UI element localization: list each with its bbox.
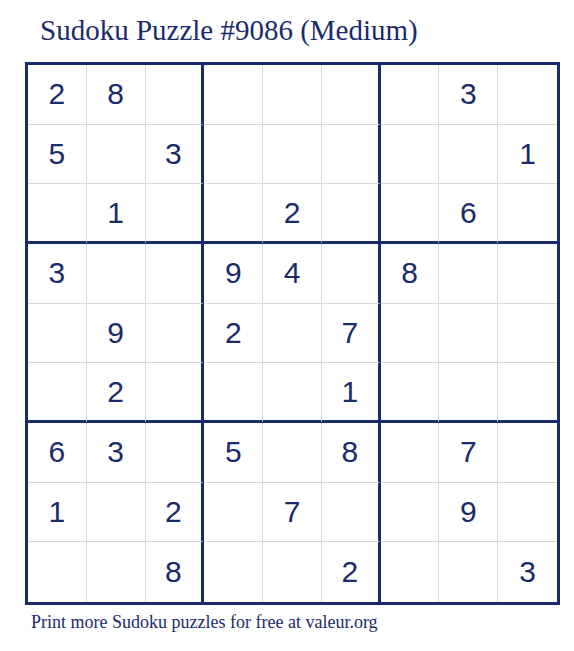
cell-r1c4[interactable] (204, 65, 263, 125)
cell-r3c9[interactable] (498, 184, 557, 244)
cell-r7c5[interactable] (263, 423, 322, 483)
cell-r9c2[interactable] (87, 542, 146, 602)
cell-r2c3[interactable]: 3 (146, 125, 205, 185)
cell-r6c2[interactable]: 2 (87, 363, 146, 423)
cell-r5c3[interactable] (146, 304, 205, 364)
cell-r7c2[interactable]: 3 (87, 423, 146, 483)
cell-r3c7[interactable] (381, 184, 440, 244)
cell-r6c5[interactable] (263, 363, 322, 423)
cell-r6c9[interactable] (498, 363, 557, 423)
cell-r9c5[interactable] (263, 542, 322, 602)
cell-r7c7[interactable] (381, 423, 440, 483)
cell-r6c6[interactable]: 1 (322, 363, 381, 423)
cell-r5c2[interactable]: 9 (87, 304, 146, 364)
cell-r5c1[interactable] (28, 304, 87, 364)
cell-r9c8[interactable] (439, 542, 498, 602)
cell-r5c5[interactable] (263, 304, 322, 364)
cell-r1c6[interactable] (322, 65, 381, 125)
cell-r8c8[interactable]: 9 (439, 483, 498, 543)
cell-r2c8[interactable] (439, 125, 498, 185)
sudoku-board: 283531126394892721635871279823 (25, 62, 560, 605)
cell-r7c9[interactable] (498, 423, 557, 483)
cell-r2c6[interactable] (322, 125, 381, 185)
cell-r3c1[interactable] (28, 184, 87, 244)
cell-r9c7[interactable] (381, 542, 440, 602)
cell-r5c6[interactable]: 7 (322, 304, 381, 364)
cell-r4c4[interactable]: 9 (204, 244, 263, 304)
cell-r5c4[interactable]: 2 (204, 304, 263, 364)
cell-r2c5[interactable] (263, 125, 322, 185)
cell-r8c4[interactable] (204, 483, 263, 543)
cell-r1c1[interactable]: 2 (28, 65, 87, 125)
cell-r4c5[interactable]: 4 (263, 244, 322, 304)
cell-r8c7[interactable] (381, 483, 440, 543)
cell-r2c4[interactable] (204, 125, 263, 185)
cell-r1c7[interactable] (381, 65, 440, 125)
cell-r5c7[interactable] (381, 304, 440, 364)
cell-r7c8[interactable]: 7 (439, 423, 498, 483)
cell-r3c6[interactable] (322, 184, 381, 244)
cell-r5c9[interactable] (498, 304, 557, 364)
cell-r5c8[interactable] (439, 304, 498, 364)
cell-r1c8[interactable]: 3 (439, 65, 498, 125)
cell-r4c6[interactable] (322, 244, 381, 304)
cell-r8c3[interactable]: 2 (146, 483, 205, 543)
cell-r1c3[interactable] (146, 65, 205, 125)
cell-r2c2[interactable] (87, 125, 146, 185)
cell-r1c2[interactable]: 8 (87, 65, 146, 125)
cell-r4c3[interactable] (146, 244, 205, 304)
cell-r9c4[interactable] (204, 542, 263, 602)
cell-r7c4[interactable]: 5 (204, 423, 263, 483)
cell-r4c7[interactable]: 8 (381, 244, 440, 304)
footer-text: Print more Sudoku puzzles for free at va… (31, 612, 378, 633)
cell-r8c5[interactable]: 7 (263, 483, 322, 543)
cell-r6c4[interactable] (204, 363, 263, 423)
cell-r6c3[interactable] (146, 363, 205, 423)
cell-r1c9[interactable] (498, 65, 557, 125)
cell-r7c1[interactable]: 6 (28, 423, 87, 483)
cell-r6c8[interactable] (439, 363, 498, 423)
cell-r4c1[interactable]: 3 (28, 244, 87, 304)
cell-r4c8[interactable] (439, 244, 498, 304)
cell-r8c9[interactable] (498, 483, 557, 543)
cell-r8c1[interactable]: 1 (28, 483, 87, 543)
cell-r9c3[interactable]: 8 (146, 542, 205, 602)
cell-r7c6[interactable]: 8 (322, 423, 381, 483)
cell-r9c9[interactable]: 3 (498, 542, 557, 602)
cell-r3c4[interactable] (204, 184, 263, 244)
cell-r3c5[interactable]: 2 (263, 184, 322, 244)
cell-r3c8[interactable]: 6 (439, 184, 498, 244)
cell-r3c2[interactable]: 1 (87, 184, 146, 244)
cell-r8c6[interactable] (322, 483, 381, 543)
cell-r2c9[interactable]: 1 (498, 125, 557, 185)
cell-r2c1[interactable]: 5 (28, 125, 87, 185)
cell-r9c1[interactable] (28, 542, 87, 602)
cell-r3c3[interactable] (146, 184, 205, 244)
cell-r8c2[interactable] (87, 483, 146, 543)
cell-r2c7[interactable] (381, 125, 440, 185)
page-title: Sudoku Puzzle #9086 (Medium) (40, 14, 418, 47)
cell-r4c9[interactable] (498, 244, 557, 304)
cell-r1c5[interactable] (263, 65, 322, 125)
cell-r4c2[interactable] (87, 244, 146, 304)
cell-r7c3[interactable] (146, 423, 205, 483)
cell-r6c1[interactable] (28, 363, 87, 423)
cell-r6c7[interactable] (381, 363, 440, 423)
cell-r9c6[interactable]: 2 (322, 542, 381, 602)
